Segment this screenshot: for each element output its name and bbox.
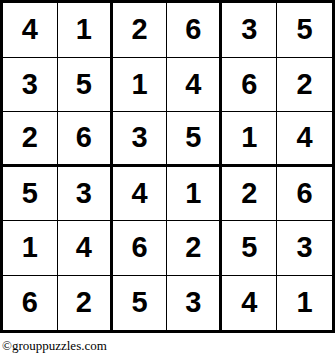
cell-r4c1[interactable]: 5 bbox=[3, 167, 58, 222]
cell-r1c4[interactable]: 6 bbox=[167, 3, 222, 58]
cell-r2c5[interactable]: 6 bbox=[222, 58, 277, 113]
cell-r1c3[interactable]: 2 bbox=[113, 3, 168, 58]
cell-r6c5[interactable]: 4 bbox=[222, 276, 277, 331]
cell-r3c2[interactable]: 6 bbox=[58, 112, 113, 167]
cell-r3c6[interactable]: 4 bbox=[277, 112, 332, 167]
cell-r4c4[interactable]: 1 bbox=[167, 167, 222, 222]
cell-r5c4[interactable]: 2 bbox=[167, 221, 222, 276]
cell-r4c3[interactable]: 4 bbox=[113, 167, 168, 222]
sudoku-board: 412635351462263514534126146253625341 bbox=[0, 0, 335, 333]
cell-r3c4[interactable]: 5 bbox=[167, 112, 222, 167]
cell-r5c3[interactable]: 6 bbox=[113, 221, 168, 276]
cell-r3c5[interactable]: 1 bbox=[222, 112, 277, 167]
cell-r6c6[interactable]: 1 bbox=[277, 276, 332, 331]
cell-r5c6[interactable]: 3 bbox=[277, 221, 332, 276]
cell-r1c6[interactable]: 5 bbox=[277, 3, 332, 58]
cell-r1c2[interactable]: 1 bbox=[58, 3, 113, 58]
cell-r3c3[interactable]: 3 bbox=[113, 112, 168, 167]
cell-r5c2[interactable]: 4 bbox=[58, 221, 113, 276]
cell-r4c5[interactable]: 2 bbox=[222, 167, 277, 222]
cell-r1c1[interactable]: 4 bbox=[3, 3, 58, 58]
cell-r6c1[interactable]: 6 bbox=[3, 276, 58, 331]
cell-r1c5[interactable]: 3 bbox=[222, 3, 277, 58]
cell-r6c4[interactable]: 3 bbox=[167, 276, 222, 331]
cell-r6c3[interactable]: 5 bbox=[113, 276, 168, 331]
cell-r2c4[interactable]: 4 bbox=[167, 58, 222, 113]
cell-r2c2[interactable]: 5 bbox=[58, 58, 113, 113]
cell-r4c6[interactable]: 6 bbox=[277, 167, 332, 222]
cell-r3c1[interactable]: 2 bbox=[3, 112, 58, 167]
cell-r4c2[interactable]: 3 bbox=[58, 167, 113, 222]
cell-r6c2[interactable]: 2 bbox=[58, 276, 113, 331]
cell-r2c1[interactable]: 3 bbox=[3, 58, 58, 113]
cell-r2c6[interactable]: 2 bbox=[277, 58, 332, 113]
copyright: ©grouppuzzles.com bbox=[2, 338, 335, 354]
cell-r5c1[interactable]: 1 bbox=[3, 221, 58, 276]
cell-r5c5[interactable]: 5 bbox=[222, 221, 277, 276]
cell-r2c3[interactable]: 1 bbox=[113, 58, 168, 113]
